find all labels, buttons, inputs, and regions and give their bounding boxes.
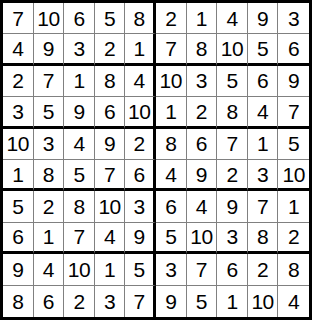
cell-r7c9: 7 — [248, 191, 279, 222]
cell-r2c9: 5 — [248, 34, 279, 65]
cell-r6c1: 1 — [3, 160, 34, 191]
cell-r1c10: 3 — [278, 3, 309, 34]
cell-r2c5: 1 — [125, 34, 156, 65]
cell-r5c4: 9 — [95, 129, 126, 160]
cell-r3c2: 7 — [34, 66, 65, 97]
cell-r3c9: 6 — [248, 66, 279, 97]
cell-r10c8: 1 — [217, 286, 248, 317]
cell-r1c7: 1 — [187, 3, 218, 34]
cell-r3c3: 1 — [64, 66, 95, 97]
cell-r4c9: 4 — [248, 97, 279, 128]
cell-r1c1: 7 — [3, 3, 34, 34]
cell-r1c5: 8 — [125, 3, 156, 34]
cell-r10c9: 10 — [248, 286, 279, 317]
cell-r5c5: 2 — [125, 129, 156, 160]
cell-r2c8: 10 — [217, 34, 248, 65]
cell-r8c5: 9 — [125, 223, 156, 254]
cell-r1c9: 9 — [248, 3, 279, 34]
cell-r4c3: 9 — [64, 97, 95, 128]
cell-r7c3: 8 — [64, 191, 95, 222]
cell-r9c6: 3 — [156, 254, 187, 285]
cell-r2c2: 9 — [34, 34, 65, 65]
cell-r4c4: 6 — [95, 97, 126, 128]
cell-r4c2: 5 — [34, 97, 65, 128]
cell-r9c9: 2 — [248, 254, 279, 285]
cell-r9c7: 7 — [187, 254, 218, 285]
cell-r6c2: 8 — [34, 160, 65, 191]
cell-r4c10: 7 — [278, 97, 309, 128]
cell-r10c10: 4 — [278, 286, 309, 317]
cell-r10c4: 3 — [95, 286, 126, 317]
cell-r7c10: 1 — [278, 191, 309, 222]
cell-r1c2: 10 — [34, 3, 65, 34]
cell-r10c1: 8 — [3, 286, 34, 317]
cell-r8c10: 2 — [278, 223, 309, 254]
cell-r7c7: 4 — [187, 191, 218, 222]
cell-r8c8: 3 — [217, 223, 248, 254]
cell-r6c6: 4 — [156, 160, 187, 191]
cell-r10c5: 7 — [125, 286, 156, 317]
cell-r3c5: 4 — [125, 66, 156, 97]
cell-r3c6: 10 — [156, 66, 187, 97]
cell-r5c6: 8 — [156, 129, 187, 160]
cell-r4c6: 1 — [156, 97, 187, 128]
cell-r2c4: 2 — [95, 34, 126, 65]
cell-r6c9: 3 — [248, 160, 279, 191]
sudoku-board: 7106582149349321781056271841035693596101… — [0, 0, 312, 320]
cell-r2c6: 7 — [156, 34, 187, 65]
cell-r2c3: 3 — [64, 34, 95, 65]
cell-r1c4: 5 — [95, 3, 126, 34]
cell-r4c5: 10 — [125, 97, 156, 128]
cell-r6c3: 5 — [64, 160, 95, 191]
cell-r2c7: 8 — [187, 34, 218, 65]
cell-r9c5: 5 — [125, 254, 156, 285]
cell-r3c4: 8 — [95, 66, 126, 97]
cell-r1c8: 4 — [217, 3, 248, 34]
cell-r4c1: 3 — [3, 97, 34, 128]
cell-r7c2: 2 — [34, 191, 65, 222]
cell-r10c7: 5 — [187, 286, 218, 317]
cell-r6c7: 9 — [187, 160, 218, 191]
cell-r3c10: 9 — [278, 66, 309, 97]
cell-r5c3: 4 — [64, 129, 95, 160]
cell-r9c2: 4 — [34, 254, 65, 285]
cell-r2c10: 6 — [278, 34, 309, 65]
cell-r3c1: 2 — [3, 66, 34, 97]
cell-r8c6: 5 — [156, 223, 187, 254]
cell-r6c4: 7 — [95, 160, 126, 191]
cell-r7c6: 6 — [156, 191, 187, 222]
cell-r8c9: 8 — [248, 223, 279, 254]
cell-r7c1: 5 — [3, 191, 34, 222]
cell-r5c10: 5 — [278, 129, 309, 160]
cell-r5c7: 6 — [187, 129, 218, 160]
cell-r2c1: 4 — [3, 34, 34, 65]
cell-r8c2: 1 — [34, 223, 65, 254]
cell-r10c3: 2 — [64, 286, 95, 317]
cell-r10c6: 9 — [156, 286, 187, 317]
cell-r9c1: 9 — [3, 254, 34, 285]
cell-r6c10: 10 — [278, 160, 309, 191]
cell-r5c2: 3 — [34, 129, 65, 160]
cell-r6c8: 2 — [217, 160, 248, 191]
cell-r10c2: 6 — [34, 286, 65, 317]
cell-r9c10: 8 — [278, 254, 309, 285]
cell-r6c5: 6 — [125, 160, 156, 191]
cell-r5c8: 7 — [217, 129, 248, 160]
cell-r8c7: 10 — [187, 223, 218, 254]
cell-r7c8: 9 — [217, 191, 248, 222]
cell-r7c5: 3 — [125, 191, 156, 222]
cell-r4c7: 2 — [187, 97, 218, 128]
cell-r4c8: 8 — [217, 97, 248, 128]
cell-r9c4: 1 — [95, 254, 126, 285]
cell-r3c7: 3 — [187, 66, 218, 97]
cell-r5c1: 10 — [3, 129, 34, 160]
cell-r3c8: 5 — [217, 66, 248, 97]
cell-r5c9: 1 — [248, 129, 279, 160]
cell-r9c3: 10 — [64, 254, 95, 285]
cell-r8c1: 6 — [3, 223, 34, 254]
cell-r9c8: 6 — [217, 254, 248, 285]
cell-r1c3: 6 — [64, 3, 95, 34]
cell-r8c3: 7 — [64, 223, 95, 254]
cell-r8c4: 4 — [95, 223, 126, 254]
cell-r1c6: 2 — [156, 3, 187, 34]
cell-r7c4: 10 — [95, 191, 126, 222]
